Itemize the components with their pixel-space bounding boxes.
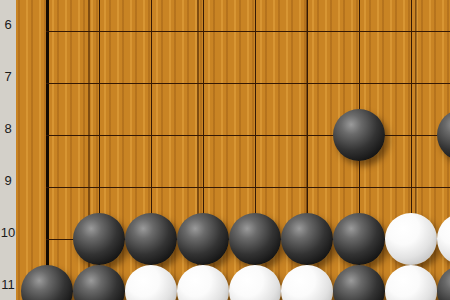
row-label-9: 9 [0, 172, 16, 190]
white-stone-col6-row11[interactable] [281, 265, 333, 300]
black-stone-col2-row11[interactable] [73, 265, 125, 300]
white-stone-col9-row10[interactable] [437, 213, 450, 265]
black-stone-col5-row10[interactable] [229, 213, 281, 265]
board-edge-line [46, 0, 49, 300]
white-stone-col3-row11[interactable] [125, 265, 177, 300]
black-stone-col4-row10[interactable] [177, 213, 229, 265]
row-label-8: 8 [0, 120, 16, 138]
white-stone-col8-row10[interactable] [385, 213, 437, 265]
black-stone-col7-row10[interactable] [333, 213, 385, 265]
white-stone-col5-row11[interactable] [229, 265, 281, 300]
black-stone-col2-row10[interactable] [73, 213, 125, 265]
black-stone-col7-row8[interactable] [333, 109, 385, 161]
white-stone-col4-row11[interactable] [177, 265, 229, 300]
grid-line-horizontal [46, 31, 450, 32]
white-stone-col8-row11[interactable] [385, 265, 437, 300]
black-stone-col6-row10[interactable] [281, 213, 333, 265]
black-stone-col9-row8[interactable] [437, 109, 450, 161]
black-stone-col1-row11[interactable] [21, 265, 73, 300]
grid-line-horizontal [46, 135, 450, 136]
go-board[interactable] [0, 0, 450, 300]
black-stone-col7-row11[interactable] [333, 265, 385, 300]
go-app-window: 67891011 [0, 0, 450, 300]
black-stone-col9-row11[interactable] [437, 265, 450, 300]
black-stone-col3-row10[interactable] [125, 213, 177, 265]
row-label-10: 10 [0, 224, 16, 242]
row-label-7: 7 [0, 68, 16, 86]
row-label-6: 6 [0, 16, 16, 34]
row-label-11: 11 [0, 276, 16, 294]
grid-line-horizontal [46, 83, 450, 84]
grid-line-horizontal [46, 187, 450, 188]
row-coordinate-strip: 67891011 [0, 0, 16, 300]
